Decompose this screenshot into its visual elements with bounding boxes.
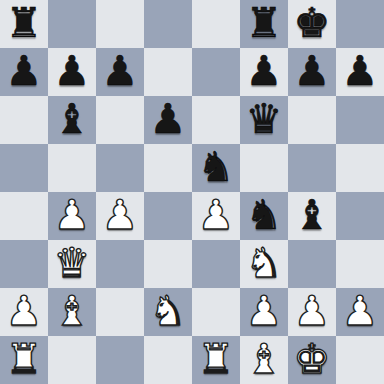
square-g1[interactable]: ♚ (288, 336, 336, 384)
square-c4[interactable]: ♟ (96, 192, 144, 240)
square-h6[interactable] (336, 96, 384, 144)
white-pawn-piece[interactable]: ♟ (246, 287, 283, 335)
black-pawn-piece[interactable]: ♟ (294, 47, 331, 95)
black-knight-piece[interactable]: ♞ (246, 191, 283, 239)
square-e7[interactable] (192, 48, 240, 96)
white-pawn-piece[interactable]: ♟ (54, 191, 91, 239)
square-f7[interactable]: ♟ (240, 48, 288, 96)
square-e2[interactable] (192, 288, 240, 336)
square-a7[interactable]: ♟ (0, 48, 48, 96)
square-b2[interactable]: ♝ (48, 288, 96, 336)
square-d2[interactable]: ♞ (144, 288, 192, 336)
square-a2[interactable]: ♟ (0, 288, 48, 336)
white-bishop-piece[interactable]: ♝ (54, 287, 91, 335)
square-c8[interactable] (96, 0, 144, 48)
square-g8[interactable]: ♚ (288, 0, 336, 48)
white-bishop-piece[interactable]: ♝ (246, 335, 283, 383)
black-pawn-piece[interactable]: ♟ (102, 47, 139, 95)
square-b4[interactable]: ♟ (48, 192, 96, 240)
square-f8[interactable]: ♜ (240, 0, 288, 48)
black-pawn-piece[interactable]: ♟ (246, 47, 283, 95)
square-a4[interactable] (0, 192, 48, 240)
square-e8[interactable] (192, 0, 240, 48)
black-knight-piece[interactable]: ♞ (198, 143, 235, 191)
square-c7[interactable]: ♟ (96, 48, 144, 96)
square-d5[interactable] (144, 144, 192, 192)
black-bishop-piece[interactable]: ♝ (294, 191, 331, 239)
square-e5[interactable]: ♞ (192, 144, 240, 192)
square-c6[interactable] (96, 96, 144, 144)
square-h4[interactable] (336, 192, 384, 240)
square-d4[interactable] (144, 192, 192, 240)
white-queen-piece[interactable]: ♛ (54, 239, 91, 287)
square-d7[interactable] (144, 48, 192, 96)
black-queen-piece[interactable]: ♛ (246, 95, 283, 143)
square-f3[interactable]: ♞ (240, 240, 288, 288)
black-pawn-piece[interactable]: ♟ (342, 47, 379, 95)
square-a5[interactable] (0, 144, 48, 192)
white-rook-piece[interactable]: ♜ (6, 335, 43, 383)
square-b1[interactable] (48, 336, 96, 384)
square-d6[interactable]: ♟ (144, 96, 192, 144)
square-h3[interactable] (336, 240, 384, 288)
square-g7[interactable]: ♟ (288, 48, 336, 96)
square-a8[interactable]: ♜ (0, 0, 48, 48)
square-c5[interactable] (96, 144, 144, 192)
square-e4[interactable]: ♟ (192, 192, 240, 240)
square-b5[interactable] (48, 144, 96, 192)
white-king-piece[interactable]: ♚ (294, 335, 331, 383)
square-g2[interactable]: ♟ (288, 288, 336, 336)
square-b8[interactable] (48, 0, 96, 48)
black-rook-piece[interactable]: ♜ (246, 0, 283, 47)
square-b3[interactable]: ♛ (48, 240, 96, 288)
square-h2[interactable]: ♟ (336, 288, 384, 336)
white-pawn-piece[interactable]: ♟ (6, 287, 43, 335)
white-rook-piece[interactable]: ♜ (198, 335, 235, 383)
square-f2[interactable]: ♟ (240, 288, 288, 336)
square-f6[interactable]: ♛ (240, 96, 288, 144)
square-b6[interactable]: ♝ (48, 96, 96, 144)
square-h8[interactable] (336, 0, 384, 48)
white-pawn-piece[interactable]: ♟ (102, 191, 139, 239)
square-g3[interactable] (288, 240, 336, 288)
square-f5[interactable] (240, 144, 288, 192)
square-f1[interactable]: ♝ (240, 336, 288, 384)
chess-board: ♜♜♚♟♟♟♟♟♟♝♟♛♞♟♟♟♞♝♛♞♟♝♞♟♟♟♜♜♝♚ (0, 0, 384, 384)
square-a3[interactable] (0, 240, 48, 288)
square-h5[interactable] (336, 144, 384, 192)
black-bishop-piece[interactable]: ♝ (54, 95, 91, 143)
square-c1[interactable] (96, 336, 144, 384)
white-knight-piece[interactable]: ♞ (150, 287, 187, 335)
black-pawn-piece[interactable]: ♟ (54, 47, 91, 95)
square-e6[interactable] (192, 96, 240, 144)
square-c2[interactable] (96, 288, 144, 336)
square-d3[interactable] (144, 240, 192, 288)
square-h7[interactable]: ♟ (336, 48, 384, 96)
square-g6[interactable] (288, 96, 336, 144)
square-h1[interactable] (336, 336, 384, 384)
square-a6[interactable] (0, 96, 48, 144)
white-knight-piece[interactable]: ♞ (246, 239, 283, 287)
square-a1[interactable]: ♜ (0, 336, 48, 384)
white-pawn-piece[interactable]: ♟ (294, 287, 331, 335)
square-d8[interactable] (144, 0, 192, 48)
square-b7[interactable]: ♟ (48, 48, 96, 96)
square-f4[interactable]: ♞ (240, 192, 288, 240)
square-c3[interactable] (96, 240, 144, 288)
square-g4[interactable]: ♝ (288, 192, 336, 240)
square-g5[interactable] (288, 144, 336, 192)
square-e3[interactable] (192, 240, 240, 288)
square-d1[interactable] (144, 336, 192, 384)
white-pawn-piece[interactable]: ♟ (342, 287, 379, 335)
white-pawn-piece[interactable]: ♟ (198, 191, 235, 239)
black-rook-piece[interactable]: ♜ (6, 0, 43, 47)
square-e1[interactable]: ♜ (192, 336, 240, 384)
black-king-piece[interactable]: ♚ (294, 0, 331, 47)
black-pawn-piece[interactable]: ♟ (150, 95, 187, 143)
black-pawn-piece[interactable]: ♟ (6, 47, 43, 95)
